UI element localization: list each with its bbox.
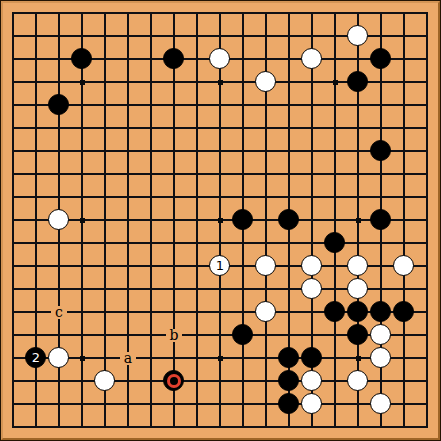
stone-white[interactable] — [209, 255, 230, 276]
stone-black[interactable] — [278, 393, 299, 414]
stone-white[interactable] — [255, 255, 276, 276]
stone-white[interactable] — [255, 71, 276, 92]
grid-line-vertical — [334, 12, 336, 428]
stone-black[interactable] — [163, 48, 184, 69]
stone-white[interactable] — [209, 48, 230, 69]
stone-black[interactable] — [347, 324, 368, 345]
stone-white[interactable] — [347, 278, 368, 299]
stone-white[interactable] — [255, 301, 276, 322]
stone-white[interactable] — [347, 25, 368, 46]
stone-white[interactable] — [393, 255, 414, 276]
hoshi-dot — [218, 218, 223, 223]
letter-point-c[interactable]: c — [51, 306, 67, 319]
grid-line-vertical — [426, 12, 428, 428]
stone-black[interactable] — [25, 347, 46, 368]
stone-black[interactable] — [278, 209, 299, 230]
grid-line-horizontal — [12, 403, 428, 405]
stone-black[interactable] — [347, 71, 368, 92]
stone-white[interactable] — [347, 255, 368, 276]
hoshi-dot — [80, 218, 85, 223]
stone-black[interactable] — [278, 347, 299, 368]
stone-white[interactable] — [370, 324, 391, 345]
stone-black[interactable] — [71, 48, 92, 69]
stone-black[interactable] — [48, 94, 69, 115]
grid-line-horizontal — [12, 426, 428, 428]
go-diagram: 12abc — [0, 0, 441, 441]
stone-black[interactable] — [370, 301, 391, 322]
stone-black[interactable] — [232, 324, 253, 345]
stone-white[interactable] — [301, 48, 322, 69]
stone-white[interactable] — [301, 278, 322, 299]
stone-white[interactable] — [370, 393, 391, 414]
stone-black[interactable] — [324, 232, 345, 253]
hoshi-dot — [356, 218, 361, 223]
stone-white[interactable] — [48, 209, 69, 230]
go-board[interactable]: 12abc — [0, 0, 441, 441]
hoshi-dot — [80, 80, 85, 85]
stone-black[interactable] — [393, 301, 414, 322]
stone-black[interactable] — [163, 370, 184, 391]
stone-black[interactable] — [370, 48, 391, 69]
hoshi-dot — [218, 356, 223, 361]
stone-black[interactable] — [370, 209, 391, 230]
hoshi-dot — [356, 356, 361, 361]
stone-black[interactable] — [324, 301, 345, 322]
stone-black[interactable] — [301, 347, 322, 368]
grid-line-vertical — [403, 12, 405, 428]
stone-black[interactable] — [370, 140, 391, 161]
stone-white[interactable] — [301, 370, 322, 391]
grid-line-horizontal — [12, 242, 428, 244]
stone-black[interactable] — [232, 209, 253, 230]
stone-black[interactable] — [278, 370, 299, 391]
stone-white[interactable] — [301, 393, 322, 414]
letter-point-a[interactable]: a — [120, 352, 136, 365]
hoshi-dot — [333, 80, 338, 85]
stone-white[interactable] — [301, 255, 322, 276]
stone-white[interactable] — [94, 370, 115, 391]
letter-point-b[interactable]: b — [166, 329, 182, 342]
hoshi-dot — [218, 80, 223, 85]
hoshi-dot — [80, 356, 85, 361]
stone-white[interactable] — [347, 370, 368, 391]
stone-black[interactable] — [347, 301, 368, 322]
stone-white[interactable] — [370, 347, 391, 368]
stone-white[interactable] — [48, 347, 69, 368]
